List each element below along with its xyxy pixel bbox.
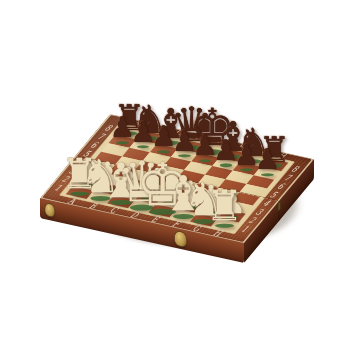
rank-label-right-8: 8: [288, 164, 302, 174]
rank-label-left-3: 3: [66, 166, 80, 176]
chess-set-photo: AABBCCDDEEFFGGHH1122334455667788 ♜♞♝♛♚♝♞…: [0, 0, 350, 350]
square-b7: [129, 139, 157, 152]
file-label-near-d: D: [127, 210, 141, 220]
file-label-far-c: C: [171, 128, 185, 138]
square-c8: [157, 135, 185, 148]
square-a8: [115, 126, 143, 139]
file-label-near-c: C: [107, 205, 121, 215]
square-f2: [176, 200, 204, 213]
square-h6: [246, 175, 274, 188]
file-label-far-h: H: [275, 151, 289, 161]
square-a3: [80, 169, 108, 182]
file-label-far-e: E: [213, 137, 227, 147]
rank-label-left-6: 6: [87, 140, 101, 150]
square-f6: [205, 166, 233, 179]
square-d2: [135, 191, 163, 204]
file-label-far-b: B: [151, 123, 165, 133]
square-d3: [142, 182, 170, 195]
coordinate-labels: AABBCCDDEEFFGGHH1122334455667788: [110, 114, 314, 159]
square-e8: [198, 144, 226, 157]
square-a2: [73, 177, 101, 190]
rank-label-right-6: 6: [274, 181, 288, 191]
square-g6: [226, 171, 254, 184]
square-d8: [178, 140, 206, 153]
square-c2: [114, 186, 142, 199]
square-e2: [156, 196, 184, 209]
file-label-near-a: A: [65, 196, 79, 206]
square-h8: [260, 158, 288, 171]
square-b3: [101, 173, 129, 186]
square-a6: [101, 143, 129, 156]
square-e7: [191, 153, 219, 166]
rank-label-right-1: 1: [238, 224, 252, 234]
square-h7: [253, 167, 281, 180]
square-c6: [143, 152, 171, 165]
file-label-near-h: H: [210, 228, 224, 238]
square-e6: [184, 161, 212, 174]
square-h2: [218, 209, 246, 222]
file-label-near-f: F: [169, 219, 183, 229]
square-d7: [171, 148, 199, 161]
brass-hinge-icon: [278, 200, 281, 212]
square-f7: [212, 157, 240, 170]
square-c3: [121, 178, 149, 191]
square-f8: [219, 149, 247, 162]
file-label-far-d: D: [192, 133, 206, 143]
rank-label-right-2: 2: [245, 216, 259, 226]
square-e3: [163, 187, 191, 200]
square-f3: [184, 192, 212, 205]
file-label-near-g: G: [190, 224, 204, 234]
rank-label-left-5: 5: [80, 149, 94, 159]
file-label-far-a: A: [130, 119, 144, 129]
square-g3: [204, 196, 232, 209]
square-c7: [150, 144, 178, 157]
square-b6: [122, 148, 150, 161]
rank-label-right-4: 4: [260, 198, 274, 208]
rank-label-left-2: 2: [59, 174, 73, 184]
square-g7: [233, 162, 261, 175]
rank-label-left-4: 4: [73, 157, 87, 167]
square-g2: [197, 205, 225, 218]
rank-label-right-3: 3: [252, 207, 266, 217]
rank-label-right-7: 7: [281, 173, 295, 183]
square-h3: [225, 201, 253, 214]
rank-label-left-1: 1: [51, 183, 65, 193]
file-label-far-f: F: [233, 142, 247, 152]
file-label-near-e: E: [148, 215, 162, 225]
brass-clasp-left-icon: [44, 202, 55, 218]
square-b8: [136, 131, 164, 144]
rank-label-left-7: 7: [94, 132, 108, 142]
file-label-near-b: B: [86, 201, 100, 211]
square-a7: [108, 135, 136, 148]
file-label-far-g: G: [254, 146, 268, 156]
square-b2: [94, 182, 122, 195]
square-g8: [240, 154, 268, 167]
fold-seam: [76, 156, 278, 201]
rank-label-right-5: 5: [267, 190, 281, 200]
brass-clasp-front-icon: [174, 230, 187, 249]
square-d6: [163, 157, 191, 170]
rank-label-left-8: 8: [101, 123, 115, 133]
